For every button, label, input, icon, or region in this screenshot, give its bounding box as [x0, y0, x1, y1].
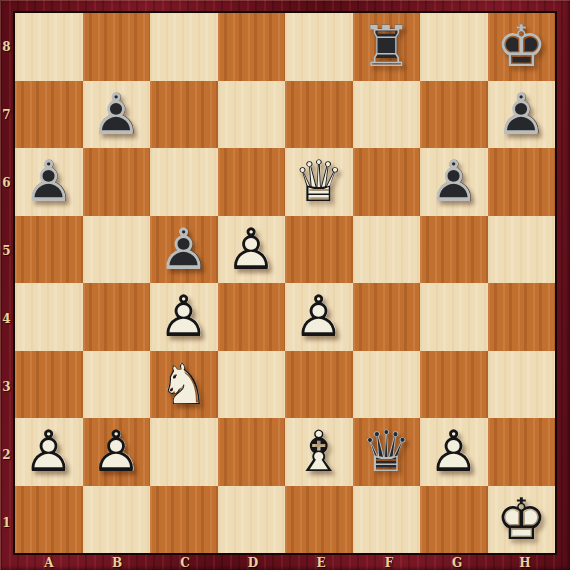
file-label-e: E — [287, 555, 355, 570]
piece-black-pawn-c5[interactable]: ♟♙ — [150, 216, 218, 284]
piece-black-rook-f8[interactable]: ♜♖ — [353, 13, 421, 81]
square-g1[interactable] — [420, 486, 488, 554]
piece-white-pawn-e4[interactable]: ♟♙ — [285, 283, 353, 351]
piece-black-pawn-g6[interactable]: ♟♙ — [420, 148, 488, 216]
rank-label-3: 3 — [0, 353, 13, 421]
square-a2[interactable]: ♟♙ — [15, 418, 83, 486]
rank-label-1: 1 — [0, 489, 13, 557]
pawn-outline-glyph: ♙ — [15, 418, 83, 486]
square-e2[interactable]: ♝♗ — [285, 418, 353, 486]
square-b1[interactable] — [83, 486, 151, 554]
square-c7[interactable] — [150, 81, 218, 149]
file-label-c: C — [151, 555, 219, 570]
square-g5[interactable] — [420, 216, 488, 284]
square-h8[interactable]: ♚♔ — [488, 13, 556, 81]
square-h1[interactable]: ♚♔ — [488, 486, 556, 554]
file-label-a: A — [15, 555, 83, 570]
pawn-outline-glyph: ♙ — [420, 148, 488, 216]
square-f8[interactable]: ♜♖ — [353, 13, 421, 81]
rank-label-6: 6 — [0, 149, 13, 217]
square-d5[interactable]: ♟♙ — [218, 216, 286, 284]
square-b2[interactable]: ♟♙ — [83, 418, 151, 486]
square-f2[interactable]: ♛♕ — [353, 418, 421, 486]
square-b8[interactable] — [83, 13, 151, 81]
chess-board: ♜♖♚♔♟♙♟♙♟♙♛♕♟♙♟♙♟♙♟♙♟♙♞♘♟♙♟♙♝♗♛♕♟♙♚♔ — [13, 11, 557, 555]
square-h7[interactable]: ♟♙ — [488, 81, 556, 149]
pawn-outline-glyph: ♙ — [285, 283, 353, 351]
square-f7[interactable] — [353, 81, 421, 149]
square-f1[interactable] — [353, 486, 421, 554]
square-c5[interactable]: ♟♙ — [150, 216, 218, 284]
square-e3[interactable] — [285, 351, 353, 419]
rank-label-7: 7 — [0, 81, 13, 149]
queen-outline-glyph: ♕ — [353, 418, 421, 486]
square-e5[interactable] — [285, 216, 353, 284]
piece-black-pawn-b7[interactable]: ♟♙ — [83, 81, 151, 149]
piece-white-king-h1[interactable]: ♚♔ — [488, 486, 556, 554]
piece-black-pawn-h7[interactable]: ♟♙ — [488, 81, 556, 149]
pawn-outline-glyph: ♙ — [420, 418, 488, 486]
square-d8[interactable] — [218, 13, 286, 81]
square-e4[interactable]: ♟♙ — [285, 283, 353, 351]
square-d4[interactable] — [218, 283, 286, 351]
square-d3[interactable] — [218, 351, 286, 419]
square-g4[interactable] — [420, 283, 488, 351]
square-a3[interactable] — [15, 351, 83, 419]
piece-black-pawn-a6[interactable]: ♟♙ — [15, 148, 83, 216]
piece-black-king-h8[interactable]: ♚♔ — [488, 13, 556, 81]
square-c6[interactable] — [150, 148, 218, 216]
pawn-outline-glyph: ♙ — [488, 81, 556, 149]
square-f5[interactable] — [353, 216, 421, 284]
file-label-h: H — [491, 555, 559, 570]
file-label-d: D — [219, 555, 287, 570]
square-b3[interactable] — [83, 351, 151, 419]
pawn-outline-glyph: ♙ — [83, 418, 151, 486]
square-g6[interactable]: ♟♙ — [420, 148, 488, 216]
board-frame: ♜♖♚♔♟♙♟♙♟♙♛♕♟♙♟♙♟♙♟♙♟♙♞♘♟♙♟♙♝♗♛♕♟♙♚♔ 876… — [0, 0, 570, 570]
square-b4[interactable] — [83, 283, 151, 351]
square-a5[interactable] — [15, 216, 83, 284]
rank-label-8: 8 — [0, 13, 13, 81]
bishop-outline-glyph: ♗ — [285, 418, 353, 486]
square-a6[interactable]: ♟♙ — [15, 148, 83, 216]
square-e6[interactable]: ♛♕ — [285, 148, 353, 216]
pawn-outline-glyph: ♙ — [218, 216, 286, 284]
square-c4[interactable]: ♟♙ — [150, 283, 218, 351]
square-h3[interactable] — [488, 351, 556, 419]
square-c1[interactable] — [150, 486, 218, 554]
rank-label-5: 5 — [0, 217, 13, 285]
square-c2[interactable] — [150, 418, 218, 486]
king-outline-glyph: ♔ — [488, 13, 556, 81]
piece-white-bishop-e2[interactable]: ♝♗ — [285, 418, 353, 486]
square-d2[interactable] — [218, 418, 286, 486]
square-d6[interactable] — [218, 148, 286, 216]
square-f6[interactable] — [353, 148, 421, 216]
square-f3[interactable] — [353, 351, 421, 419]
piece-white-queen-e6[interactable]: ♛♕ — [285, 148, 353, 216]
square-h5[interactable] — [488, 216, 556, 284]
square-a4[interactable] — [15, 283, 83, 351]
square-h6[interactable] — [488, 148, 556, 216]
square-b6[interactable] — [83, 148, 151, 216]
piece-white-pawn-d5[interactable]: ♟♙ — [218, 216, 286, 284]
square-h4[interactable] — [488, 283, 556, 351]
square-d1[interactable] — [218, 486, 286, 554]
square-a7[interactable] — [15, 81, 83, 149]
rook-outline-glyph: ♖ — [353, 13, 421, 81]
square-f4[interactable] — [353, 283, 421, 351]
piece-black-queen-f2[interactable]: ♛♕ — [353, 418, 421, 486]
square-g8[interactable] — [420, 13, 488, 81]
square-c3[interactable]: ♞♘ — [150, 351, 218, 419]
square-e1[interactable] — [285, 486, 353, 554]
square-g2[interactable]: ♟♙ — [420, 418, 488, 486]
pawn-outline-glyph: ♙ — [150, 283, 218, 351]
square-d7[interactable] — [218, 81, 286, 149]
square-b5[interactable] — [83, 216, 151, 284]
pawn-outline-glyph: ♙ — [83, 81, 151, 149]
piece-white-knight-c3[interactable]: ♞♘ — [150, 351, 218, 419]
file-label-f: F — [355, 555, 423, 570]
piece-white-pawn-a2[interactable]: ♟♙ — [15, 418, 83, 486]
piece-white-pawn-g2[interactable]: ♟♙ — [420, 418, 488, 486]
pawn-outline-glyph: ♙ — [150, 216, 218, 284]
square-e7[interactable] — [285, 81, 353, 149]
square-e8[interactable] — [285, 13, 353, 81]
knight-outline-glyph: ♘ — [150, 351, 218, 419]
pawn-outline-glyph: ♙ — [15, 148, 83, 216]
rank-label-4: 4 — [0, 285, 13, 353]
square-a8[interactable] — [15, 13, 83, 81]
square-g7[interactable] — [420, 81, 488, 149]
square-g3[interactable] — [420, 351, 488, 419]
square-a1[interactable] — [15, 486, 83, 554]
rank-label-2: 2 — [0, 421, 13, 489]
king-outline-glyph: ♔ — [488, 486, 556, 554]
square-h2[interactable] — [488, 418, 556, 486]
square-b7[interactable]: ♟♙ — [83, 81, 151, 149]
piece-white-pawn-b2[interactable]: ♟♙ — [83, 418, 151, 486]
square-c8[interactable] — [150, 13, 218, 81]
file-label-b: B — [83, 555, 151, 570]
queen-outline-glyph: ♕ — [285, 148, 353, 216]
file-label-g: G — [423, 555, 491, 570]
piece-white-pawn-c4[interactable]: ♟♙ — [150, 283, 218, 351]
